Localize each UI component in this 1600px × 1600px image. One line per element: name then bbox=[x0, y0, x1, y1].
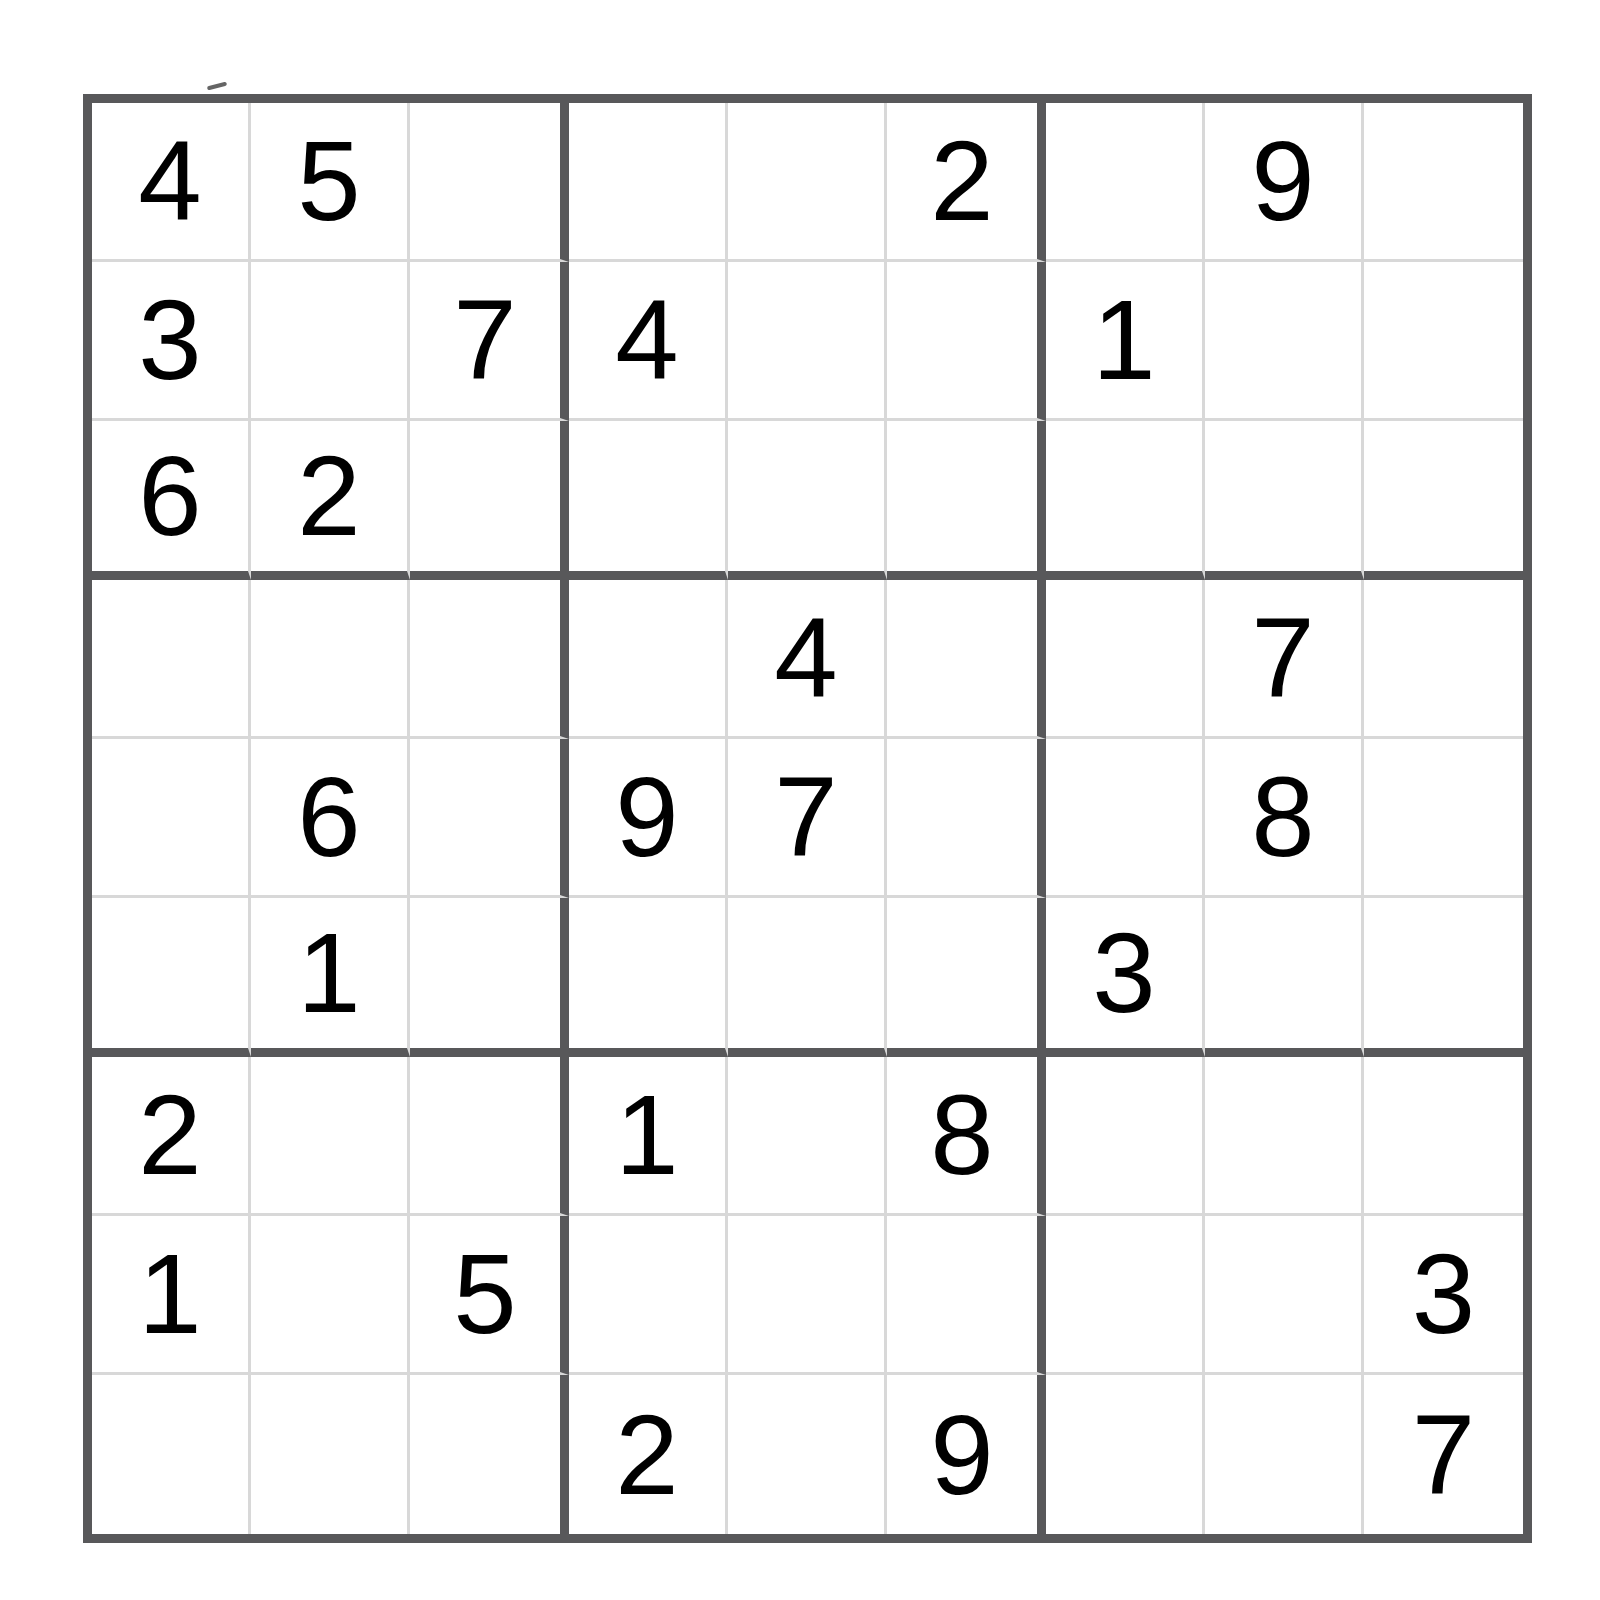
cell-r5c5-given: 7 bbox=[728, 739, 887, 898]
cell-r3c2-given: 2 bbox=[251, 421, 410, 580]
cell-r6c2-given: 1 bbox=[251, 898, 410, 1057]
cell-r4c5-given: 4 bbox=[728, 580, 887, 739]
cell-r5c4-given: 9 bbox=[569, 739, 728, 898]
cell-r1c3-empty[interactable] bbox=[410, 103, 569, 262]
cell-r9c4-given: 2 bbox=[569, 1375, 728, 1534]
sudoku-board: 452937416247697813218153297 bbox=[83, 94, 1532, 1543]
cell-r9c6-given: 9 bbox=[887, 1375, 1046, 1534]
cell-r5c8-given: 8 bbox=[1205, 739, 1364, 898]
cell-r2c5-empty[interactable] bbox=[728, 262, 887, 421]
cell-r3c8-empty[interactable] bbox=[1205, 421, 1364, 580]
page: { "game": "sudoku", "position": "45...2.… bbox=[0, 0, 1600, 1600]
cell-r1c6-given: 2 bbox=[887, 103, 1046, 262]
cell-r7c5-empty[interactable] bbox=[728, 1057, 887, 1216]
cell-r6c3-empty[interactable] bbox=[410, 898, 569, 1057]
cell-r5c7-empty[interactable] bbox=[1046, 739, 1205, 898]
cell-r9c9-given: 7 bbox=[1364, 1375, 1523, 1534]
cell-r7c2-empty[interactable] bbox=[251, 1057, 410, 1216]
cell-r6c5-empty[interactable] bbox=[728, 898, 887, 1057]
cell-r4c9-empty[interactable] bbox=[1364, 580, 1523, 739]
cell-r5c9-empty[interactable] bbox=[1364, 739, 1523, 898]
cell-r7c9-empty[interactable] bbox=[1364, 1057, 1523, 1216]
cell-r3c6-empty[interactable] bbox=[887, 421, 1046, 580]
cell-r4c1-empty[interactable] bbox=[92, 580, 251, 739]
cell-r4c2-empty[interactable] bbox=[251, 580, 410, 739]
cell-r9c7-empty[interactable] bbox=[1046, 1375, 1205, 1534]
cell-r6c4-empty[interactable] bbox=[569, 898, 728, 1057]
cell-r8c7-empty[interactable] bbox=[1046, 1216, 1205, 1375]
cell-r3c5-empty[interactable] bbox=[728, 421, 887, 580]
cell-r4c4-empty[interactable] bbox=[569, 580, 728, 739]
cell-r2c6-empty[interactable] bbox=[887, 262, 1046, 421]
cell-r9c5-empty[interactable] bbox=[728, 1375, 887, 1534]
stray-mark-artifact bbox=[207, 82, 227, 91]
cell-r1c5-empty[interactable] bbox=[728, 103, 887, 262]
cell-r2c4-given: 4 bbox=[569, 262, 728, 421]
cell-r5c6-empty[interactable] bbox=[887, 739, 1046, 898]
cell-r3c4-empty[interactable] bbox=[569, 421, 728, 580]
cell-r5c3-empty[interactable] bbox=[410, 739, 569, 898]
cell-r1c1-given: 4 bbox=[92, 103, 251, 262]
cell-r8c1-given: 1 bbox=[92, 1216, 251, 1375]
cell-r2c2-empty[interactable] bbox=[251, 262, 410, 421]
cell-r2c9-empty[interactable] bbox=[1364, 262, 1523, 421]
cell-r1c4-empty[interactable] bbox=[569, 103, 728, 262]
cell-r2c7-given: 1 bbox=[1046, 262, 1205, 421]
cell-r8c3-given: 5 bbox=[410, 1216, 569, 1375]
cell-r7c8-empty[interactable] bbox=[1205, 1057, 1364, 1216]
cell-r8c2-empty[interactable] bbox=[251, 1216, 410, 1375]
cell-r8c5-empty[interactable] bbox=[728, 1216, 887, 1375]
cell-r4c8-given: 7 bbox=[1205, 580, 1364, 739]
cell-r4c3-empty[interactable] bbox=[410, 580, 569, 739]
cell-r9c8-empty[interactable] bbox=[1205, 1375, 1364, 1534]
cell-r6c7-given: 3 bbox=[1046, 898, 1205, 1057]
cell-r1c8-given: 9 bbox=[1205, 103, 1364, 262]
cell-r2c8-empty[interactable] bbox=[1205, 262, 1364, 421]
cell-r3c7-empty[interactable] bbox=[1046, 421, 1205, 580]
cell-r8c4-empty[interactable] bbox=[569, 1216, 728, 1375]
cell-r3c9-empty[interactable] bbox=[1364, 421, 1523, 580]
cell-r7c6-given: 8 bbox=[887, 1057, 1046, 1216]
cell-r8c8-empty[interactable] bbox=[1205, 1216, 1364, 1375]
cell-r9c1-empty[interactable] bbox=[92, 1375, 251, 1534]
cell-r1c7-empty[interactable] bbox=[1046, 103, 1205, 262]
cell-r7c3-empty[interactable] bbox=[410, 1057, 569, 1216]
cell-r5c1-empty[interactable] bbox=[92, 739, 251, 898]
cell-r1c9-empty[interactable] bbox=[1364, 103, 1523, 262]
cell-r6c6-empty[interactable] bbox=[887, 898, 1046, 1057]
cell-r4c7-empty[interactable] bbox=[1046, 580, 1205, 739]
cell-r6c1-empty[interactable] bbox=[92, 898, 251, 1057]
cell-r5c2-given: 6 bbox=[251, 739, 410, 898]
cell-r9c3-empty[interactable] bbox=[410, 1375, 569, 1534]
cell-r8c9-given: 3 bbox=[1364, 1216, 1523, 1375]
cell-r6c8-empty[interactable] bbox=[1205, 898, 1364, 1057]
cell-r3c1-given: 6 bbox=[92, 421, 251, 580]
cell-r4c6-empty[interactable] bbox=[887, 580, 1046, 739]
cell-r2c3-given: 7 bbox=[410, 262, 569, 421]
cell-r3c3-empty[interactable] bbox=[410, 421, 569, 580]
cell-r7c4-given: 1 bbox=[569, 1057, 728, 1216]
cell-r7c1-given: 2 bbox=[92, 1057, 251, 1216]
cell-r7c7-empty[interactable] bbox=[1046, 1057, 1205, 1216]
cell-r6c9-empty[interactable] bbox=[1364, 898, 1523, 1057]
cell-r9c2-empty[interactable] bbox=[251, 1375, 410, 1534]
cell-r1c2-given: 5 bbox=[251, 103, 410, 262]
cell-r2c1-given: 3 bbox=[92, 262, 251, 421]
cell-r8c6-empty[interactable] bbox=[887, 1216, 1046, 1375]
